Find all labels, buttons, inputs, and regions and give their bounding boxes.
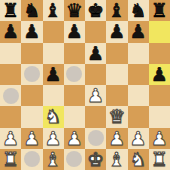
chess-board[interactable]: ♜♞♝♛♚♝♞♜♟♟♟♟♟♟♟♟♟♞♛♟♟♟♟♟♟♟♜♝♚♝♞♜ [0,0,170,170]
square-e1[interactable]: ♚ [85,149,106,170]
black-bishop-f8[interactable]: ♝ [108,1,125,20]
square-e7[interactable] [85,21,106,42]
square-b2[interactable]: ♟ [21,128,42,149]
black-pawn-h5[interactable]: ♟ [151,65,168,84]
square-b5[interactable] [21,64,42,85]
white-pawn-f2[interactable]: ♟ [108,129,125,148]
move-hint-dot-e2[interactable] [88,130,104,146]
square-f1[interactable]: ♝ [106,149,127,170]
white-knight-g1[interactable]: ♞ [130,150,147,169]
black-queen-d8[interactable]: ♛ [66,1,83,20]
square-f5[interactable] [106,64,127,85]
black-rook-h8[interactable]: ♜ [151,1,168,20]
square-h8[interactable]: ♜ [149,0,170,21]
white-pawn-a2[interactable]: ♟ [2,129,19,148]
square-h3[interactable] [149,106,170,127]
black-pawn-c5[interactable]: ♟ [45,65,62,84]
square-f8[interactable]: ♝ [106,0,127,21]
black-pawn-a7[interactable]: ♟ [2,22,19,41]
square-h4[interactable] [149,85,170,106]
square-h7[interactable] [149,21,170,42]
move-hint-dot-a4[interactable] [3,88,19,104]
square-f6[interactable] [106,43,127,64]
move-hint-dot-b5[interactable] [24,66,40,82]
square-c2[interactable]: ♟ [43,128,64,149]
white-knight-c3[interactable]: ♞ [45,107,62,126]
black-pawn-d7[interactable]: ♟ [66,22,83,41]
square-a4[interactable] [0,85,21,106]
square-a6[interactable] [0,43,21,64]
square-c8[interactable]: ♝ [43,0,64,21]
square-c3[interactable]: ♞ [43,106,64,127]
white-pawn-b2[interactable]: ♟ [23,129,40,148]
square-b3[interactable] [21,106,42,127]
square-g8[interactable]: ♞ [128,0,149,21]
square-d8[interactable]: ♛ [64,0,85,21]
square-c5[interactable]: ♟ [43,64,64,85]
square-g3[interactable] [128,106,149,127]
square-g4[interactable] [128,85,149,106]
square-g1[interactable]: ♞ [128,149,149,170]
square-e8[interactable]: ♚ [85,0,106,21]
black-pawn-g7[interactable]: ♟ [130,22,147,41]
square-e5[interactable] [85,64,106,85]
square-e4[interactable]: ♟ [85,85,106,106]
white-queen-f3[interactable]: ♛ [108,107,125,126]
square-b7[interactable]: ♟ [21,21,42,42]
square-a8[interactable]: ♜ [0,0,21,21]
white-pawn-g2[interactable]: ♟ [130,129,147,148]
black-pawn-f7[interactable]: ♟ [108,22,125,41]
square-b6[interactable] [21,43,42,64]
white-king-e1[interactable]: ♚ [87,150,104,169]
move-hint-dot-d1[interactable] [66,151,82,167]
square-g2[interactable]: ♟ [128,128,149,149]
black-knight-b8[interactable]: ♞ [23,1,40,20]
square-h5[interactable]: ♟ [149,64,170,85]
square-g6[interactable] [128,43,149,64]
square-d6[interactable] [64,43,85,64]
square-e3[interactable] [85,106,106,127]
square-c7[interactable] [43,21,64,42]
square-d2[interactable]: ♟ [64,128,85,149]
square-f3[interactable]: ♛ [106,106,127,127]
square-d4[interactable] [64,85,85,106]
square-a2[interactable]: ♟ [0,128,21,149]
square-e6[interactable]: ♟ [85,43,106,64]
square-f7[interactable]: ♟ [106,21,127,42]
black-king-e8[interactable]: ♚ [87,1,104,20]
square-h2[interactable]: ♟ [149,128,170,149]
white-bishop-c1[interactable]: ♝ [45,150,62,169]
square-c6[interactable] [43,43,64,64]
white-pawn-c2[interactable]: ♟ [45,129,62,148]
square-a7[interactable]: ♟ [0,21,21,42]
white-rook-h1[interactable]: ♜ [151,150,168,169]
square-a5[interactable] [0,64,21,85]
square-e2[interactable] [85,128,106,149]
square-d1[interactable] [64,149,85,170]
square-a3[interactable] [0,106,21,127]
move-hint-dot-d5[interactable] [66,66,82,82]
square-g7[interactable]: ♟ [128,21,149,42]
square-g5[interactable] [128,64,149,85]
black-knight-g8[interactable]: ♞ [130,1,147,20]
square-h1[interactable]: ♜ [149,149,170,170]
square-b8[interactable]: ♞ [21,0,42,21]
white-pawn-e4[interactable]: ♟ [87,86,104,105]
move-hint-dot-b1[interactable] [24,151,40,167]
black-pawn-b7[interactable]: ♟ [23,22,40,41]
square-h6[interactable] [149,43,170,64]
square-d7[interactable]: ♟ [64,21,85,42]
square-f2[interactable]: ♟ [106,128,127,149]
black-bishop-c8[interactable]: ♝ [45,1,62,20]
square-d3[interactable] [64,106,85,127]
white-bishop-f1[interactable]: ♝ [108,150,125,169]
square-b1[interactable] [21,149,42,170]
white-rook-a1[interactable]: ♜ [2,150,19,169]
square-f4[interactable] [106,85,127,106]
white-pawn-d2[interactable]: ♟ [66,129,83,148]
square-b4[interactable] [21,85,42,106]
black-rook-a8[interactable]: ♜ [2,1,19,20]
black-pawn-e6[interactable]: ♟ [87,44,104,63]
white-pawn-h2[interactable]: ♟ [151,129,168,148]
square-c4[interactable] [43,85,64,106]
square-c1[interactable]: ♝ [43,149,64,170]
square-a1[interactable]: ♜ [0,149,21,170]
square-d5[interactable] [64,64,85,85]
